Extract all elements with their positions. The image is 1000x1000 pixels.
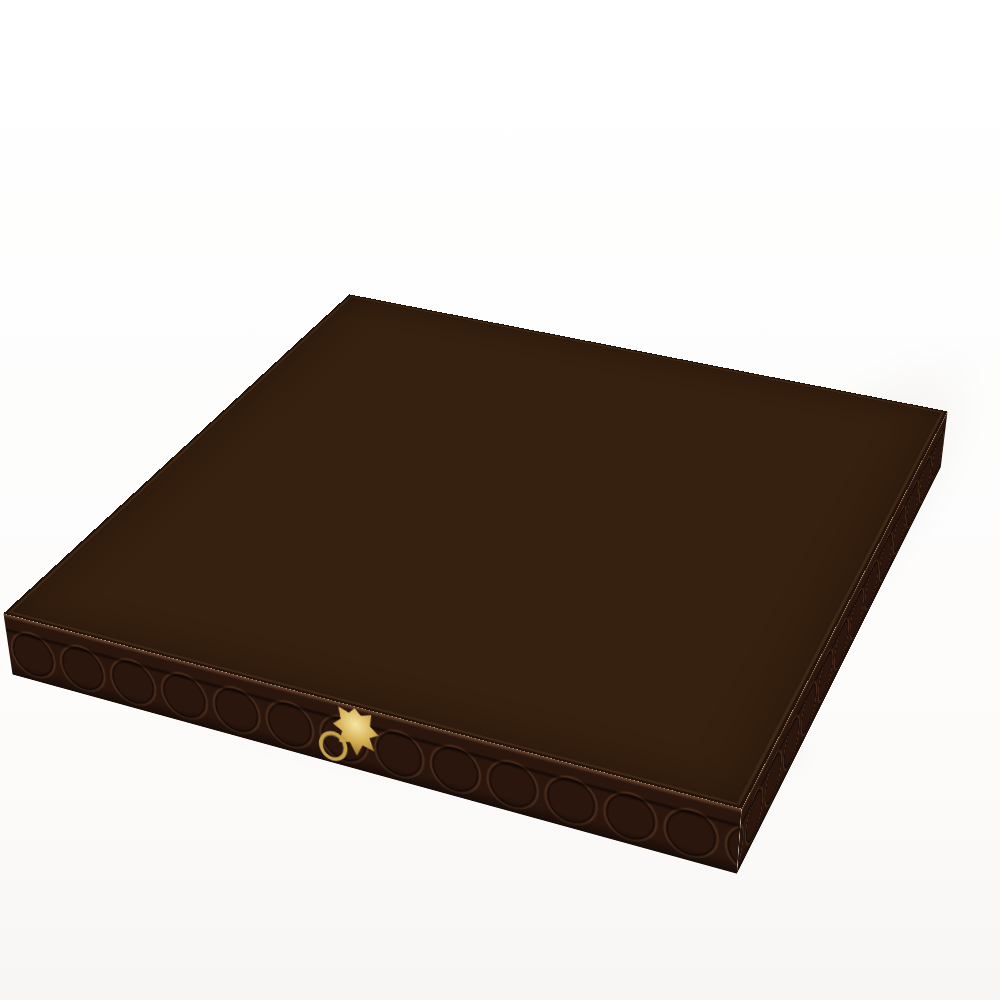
chess-set-photo-scene — [0, 0, 1000, 1000]
chess-board-box — [3, 294, 947, 808]
